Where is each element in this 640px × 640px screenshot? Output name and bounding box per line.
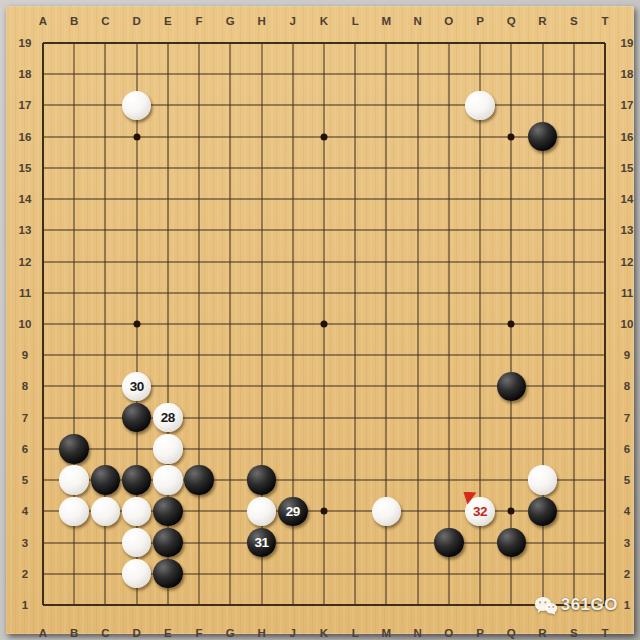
intersection-E10[interactable] bbox=[152, 308, 183, 339]
intersection-S16[interactable] bbox=[558, 121, 589, 152]
intersection-E7[interactable]: 28 bbox=[152, 402, 183, 433]
intersection-E3[interactable] bbox=[152, 527, 183, 558]
intersection-R8[interactable] bbox=[527, 371, 558, 402]
intersection-O7[interactable] bbox=[433, 402, 464, 433]
intersection-M14[interactable] bbox=[371, 183, 402, 214]
intersection-Q3[interactable] bbox=[496, 527, 527, 558]
intersection-H10[interactable] bbox=[246, 308, 277, 339]
intersection-L7[interactable] bbox=[340, 402, 371, 433]
intersection-H14[interactable] bbox=[246, 183, 277, 214]
black-stone-B6[interactable] bbox=[59, 434, 89, 464]
intersection-L14[interactable] bbox=[340, 183, 371, 214]
intersection-F13[interactable] bbox=[183, 215, 214, 246]
intersection-M13[interactable] bbox=[371, 215, 402, 246]
intersection-S3[interactable] bbox=[558, 527, 589, 558]
intersection-P4[interactable]: 32 bbox=[464, 496, 495, 527]
intersection-K5[interactable] bbox=[308, 464, 339, 495]
intersection-G19[interactable] bbox=[215, 27, 246, 58]
white-stone-D4[interactable] bbox=[122, 497, 152, 527]
intersection-R11[interactable] bbox=[527, 277, 558, 308]
intersection-R3[interactable] bbox=[527, 527, 558, 558]
intersection-K3[interactable] bbox=[308, 527, 339, 558]
black-stone-Q3[interactable] bbox=[497, 528, 527, 558]
intersection-M3[interactable] bbox=[371, 527, 402, 558]
intersection-O12[interactable] bbox=[433, 246, 464, 277]
intersection-K12[interactable] bbox=[308, 246, 339, 277]
intersection-D6[interactable] bbox=[121, 433, 152, 464]
intersection-E17[interactable] bbox=[152, 90, 183, 121]
intersection-H9[interactable] bbox=[246, 340, 277, 371]
intersection-N13[interactable] bbox=[402, 215, 433, 246]
intersection-L3[interactable] bbox=[340, 527, 371, 558]
intersection-D9[interactable] bbox=[121, 340, 152, 371]
intersection-C16[interactable] bbox=[90, 121, 121, 152]
intersection-R2[interactable] bbox=[527, 558, 558, 589]
intersection-P16[interactable] bbox=[464, 121, 495, 152]
intersection-K19[interactable] bbox=[308, 27, 339, 58]
intersection-D2[interactable] bbox=[121, 558, 152, 589]
intersection-P2[interactable] bbox=[464, 558, 495, 589]
intersection-F5[interactable] bbox=[183, 464, 214, 495]
intersection-N11[interactable] bbox=[402, 277, 433, 308]
intersection-Q1[interactable] bbox=[496, 589, 527, 620]
intersection-G6[interactable] bbox=[215, 433, 246, 464]
intersection-F15[interactable] bbox=[183, 152, 214, 183]
intersection-L8[interactable] bbox=[340, 371, 371, 402]
intersection-M1[interactable] bbox=[371, 589, 402, 620]
black-stone-O3[interactable] bbox=[434, 528, 464, 558]
black-stone-J4[interactable]: 29 bbox=[278, 497, 308, 527]
intersection-O13[interactable] bbox=[433, 215, 464, 246]
intersection-S17[interactable] bbox=[558, 90, 589, 121]
intersection-N4[interactable] bbox=[402, 496, 433, 527]
intersection-G3[interactable] bbox=[215, 527, 246, 558]
intersection-H3[interactable]: 31 bbox=[246, 527, 277, 558]
intersection-P17[interactable] bbox=[464, 90, 495, 121]
intersection-L4[interactable] bbox=[340, 496, 371, 527]
intersection-M5[interactable] bbox=[371, 464, 402, 495]
intersection-G17[interactable] bbox=[215, 90, 246, 121]
intersection-R10[interactable] bbox=[527, 308, 558, 339]
intersection-O16[interactable] bbox=[433, 121, 464, 152]
intersection-P12[interactable] bbox=[464, 246, 495, 277]
white-stone-P17[interactable] bbox=[465, 91, 495, 121]
white-stone-P4[interactable]: 32 bbox=[465, 497, 495, 527]
intersection-B8[interactable] bbox=[59, 371, 90, 402]
intersection-S19[interactable] bbox=[558, 27, 589, 58]
intersection-S15[interactable] bbox=[558, 152, 589, 183]
intersection-L19[interactable] bbox=[340, 27, 371, 58]
intersection-F11[interactable] bbox=[183, 277, 214, 308]
intersection-H1[interactable] bbox=[246, 589, 277, 620]
intersection-N6[interactable] bbox=[402, 433, 433, 464]
intersection-F3[interactable] bbox=[183, 527, 214, 558]
intersection-N15[interactable] bbox=[402, 152, 433, 183]
intersection-Q6[interactable] bbox=[496, 433, 527, 464]
intersection-P13[interactable] bbox=[464, 215, 495, 246]
intersection-P11[interactable] bbox=[464, 277, 495, 308]
intersection-R14[interactable] bbox=[527, 183, 558, 214]
intersection-C2[interactable] bbox=[90, 558, 121, 589]
intersection-F18[interactable] bbox=[183, 59, 214, 90]
intersection-J19[interactable] bbox=[277, 27, 308, 58]
intersection-B4[interactable] bbox=[59, 496, 90, 527]
intersection-P9[interactable] bbox=[464, 340, 495, 371]
intersection-P1[interactable] bbox=[464, 589, 495, 620]
intersection-E5[interactable] bbox=[152, 464, 183, 495]
intersection-N18[interactable] bbox=[402, 59, 433, 90]
intersection-E12[interactable] bbox=[152, 246, 183, 277]
intersection-D11[interactable] bbox=[121, 277, 152, 308]
intersection-C19[interactable] bbox=[90, 27, 121, 58]
intersection-R16[interactable] bbox=[527, 121, 558, 152]
intersection-E18[interactable] bbox=[152, 59, 183, 90]
intersection-O2[interactable] bbox=[433, 558, 464, 589]
intersection-H5[interactable] bbox=[246, 464, 277, 495]
intersection-O10[interactable] bbox=[433, 308, 464, 339]
intersection-N5[interactable] bbox=[402, 464, 433, 495]
intersection-S5[interactable] bbox=[558, 464, 589, 495]
intersection-S6[interactable] bbox=[558, 433, 589, 464]
intersection-L10[interactable] bbox=[340, 308, 371, 339]
intersection-Q7[interactable] bbox=[496, 402, 527, 433]
intersection-C1[interactable] bbox=[90, 589, 121, 620]
intersection-H16[interactable] bbox=[246, 121, 277, 152]
intersection-N10[interactable] bbox=[402, 308, 433, 339]
intersection-S12[interactable] bbox=[558, 246, 589, 277]
intersection-B17[interactable] bbox=[59, 90, 90, 121]
intersection-D3[interactable] bbox=[121, 527, 152, 558]
intersection-B6[interactable] bbox=[59, 433, 90, 464]
intersection-C10[interactable] bbox=[90, 308, 121, 339]
intersection-Q19[interactable] bbox=[496, 27, 527, 58]
intersection-H12[interactable] bbox=[246, 246, 277, 277]
intersection-P5[interactable] bbox=[464, 464, 495, 495]
intersection-G15[interactable] bbox=[215, 152, 246, 183]
intersection-P8[interactable] bbox=[464, 371, 495, 402]
black-stone-D5[interactable] bbox=[122, 465, 152, 495]
intersection-D12[interactable] bbox=[121, 246, 152, 277]
intersection-F14[interactable] bbox=[183, 183, 214, 214]
intersection-C4[interactable] bbox=[90, 496, 121, 527]
intersection-D19[interactable] bbox=[121, 27, 152, 58]
intersection-L6[interactable] bbox=[340, 433, 371, 464]
intersection-Q5[interactable] bbox=[496, 464, 527, 495]
intersection-S9[interactable] bbox=[558, 340, 589, 371]
intersection-L2[interactable] bbox=[340, 558, 371, 589]
intersection-B12[interactable] bbox=[59, 246, 90, 277]
intersection-G5[interactable] bbox=[215, 464, 246, 495]
intersection-C7[interactable] bbox=[90, 402, 121, 433]
intersection-G7[interactable] bbox=[215, 402, 246, 433]
white-stone-D17[interactable] bbox=[122, 91, 152, 121]
intersection-N1[interactable] bbox=[402, 589, 433, 620]
white-stone-D3[interactable] bbox=[122, 528, 152, 558]
intersection-B2[interactable] bbox=[59, 558, 90, 589]
intersection-B3[interactable] bbox=[59, 527, 90, 558]
intersection-Q15[interactable] bbox=[496, 152, 527, 183]
intersection-J11[interactable] bbox=[277, 277, 308, 308]
intersection-H19[interactable] bbox=[246, 27, 277, 58]
intersection-L1[interactable] bbox=[340, 589, 371, 620]
intersection-J7[interactable] bbox=[277, 402, 308, 433]
intersection-Q18[interactable] bbox=[496, 59, 527, 90]
intersection-N8[interactable] bbox=[402, 371, 433, 402]
intersection-B5[interactable] bbox=[59, 464, 90, 495]
intersection-B7[interactable] bbox=[59, 402, 90, 433]
intersection-O4[interactable] bbox=[433, 496, 464, 527]
intersection-O11[interactable] bbox=[433, 277, 464, 308]
black-stone-E2[interactable] bbox=[153, 559, 183, 589]
intersection-C11[interactable] bbox=[90, 277, 121, 308]
white-stone-D8[interactable]: 30 bbox=[122, 372, 152, 402]
intersection-D4[interactable] bbox=[121, 496, 152, 527]
intersection-G12[interactable] bbox=[215, 246, 246, 277]
intersection-B15[interactable] bbox=[59, 152, 90, 183]
intersection-E13[interactable] bbox=[152, 215, 183, 246]
intersection-L16[interactable] bbox=[340, 121, 371, 152]
intersection-O19[interactable] bbox=[433, 27, 464, 58]
intersection-Q17[interactable] bbox=[496, 90, 527, 121]
intersection-R7[interactable] bbox=[527, 402, 558, 433]
intersection-B14[interactable] bbox=[59, 183, 90, 214]
intersection-S2[interactable] bbox=[558, 558, 589, 589]
intersection-J6[interactable] bbox=[277, 433, 308, 464]
intersection-H2[interactable] bbox=[246, 558, 277, 589]
intersection-D15[interactable] bbox=[121, 152, 152, 183]
intersection-E8[interactable] bbox=[152, 371, 183, 402]
intersection-C14[interactable] bbox=[90, 183, 121, 214]
intersection-K16[interactable] bbox=[308, 121, 339, 152]
intersection-E16[interactable] bbox=[152, 121, 183, 152]
intersection-R19[interactable] bbox=[527, 27, 558, 58]
intersection-D17[interactable] bbox=[121, 90, 152, 121]
black-stone-R16[interactable] bbox=[528, 122, 558, 152]
intersection-O1[interactable] bbox=[433, 589, 464, 620]
intersection-K13[interactable] bbox=[308, 215, 339, 246]
intersection-Q12[interactable] bbox=[496, 246, 527, 277]
intersection-M12[interactable] bbox=[371, 246, 402, 277]
intersection-Q10[interactable] bbox=[496, 308, 527, 339]
black-stone-E3[interactable] bbox=[153, 528, 183, 558]
white-stone-B4[interactable] bbox=[59, 497, 89, 527]
intersection-E14[interactable] bbox=[152, 183, 183, 214]
intersection-J17[interactable] bbox=[277, 90, 308, 121]
intersection-D14[interactable] bbox=[121, 183, 152, 214]
intersection-F19[interactable] bbox=[183, 27, 214, 58]
intersection-M16[interactable] bbox=[371, 121, 402, 152]
intersection-C8[interactable] bbox=[90, 371, 121, 402]
intersection-E9[interactable] bbox=[152, 340, 183, 371]
intersection-C3[interactable] bbox=[90, 527, 121, 558]
intersection-P15[interactable] bbox=[464, 152, 495, 183]
intersection-L18[interactable] bbox=[340, 59, 371, 90]
intersection-G14[interactable] bbox=[215, 183, 246, 214]
intersection-L9[interactable] bbox=[340, 340, 371, 371]
intersection-N7[interactable] bbox=[402, 402, 433, 433]
intersection-K7[interactable] bbox=[308, 402, 339, 433]
intersection-R18[interactable] bbox=[527, 59, 558, 90]
intersection-E2[interactable] bbox=[152, 558, 183, 589]
intersection-R12[interactable] bbox=[527, 246, 558, 277]
white-stone-E5[interactable] bbox=[153, 465, 183, 495]
intersection-O14[interactable] bbox=[433, 183, 464, 214]
intersection-D16[interactable] bbox=[121, 121, 152, 152]
intersection-S14[interactable] bbox=[558, 183, 589, 214]
white-stone-H4[interactable] bbox=[247, 497, 277, 527]
intersection-K9[interactable] bbox=[308, 340, 339, 371]
intersection-P7[interactable] bbox=[464, 402, 495, 433]
intersection-Q4[interactable] bbox=[496, 496, 527, 527]
intersection-S8[interactable] bbox=[558, 371, 589, 402]
intersection-D18[interactable] bbox=[121, 59, 152, 90]
intersection-E15[interactable] bbox=[152, 152, 183, 183]
intersection-Q9[interactable] bbox=[496, 340, 527, 371]
intersection-R15[interactable] bbox=[527, 152, 558, 183]
white-stone-R5[interactable] bbox=[528, 465, 558, 495]
intersection-H8[interactable] bbox=[246, 371, 277, 402]
intersection-O3[interactable] bbox=[433, 527, 464, 558]
intersection-H13[interactable] bbox=[246, 215, 277, 246]
intersection-N9[interactable] bbox=[402, 340, 433, 371]
intersection-P14[interactable] bbox=[464, 183, 495, 214]
intersection-M8[interactable] bbox=[371, 371, 402, 402]
intersection-B18[interactable] bbox=[59, 59, 90, 90]
intersection-O18[interactable] bbox=[433, 59, 464, 90]
intersection-G8[interactable] bbox=[215, 371, 246, 402]
intersection-P19[interactable] bbox=[464, 27, 495, 58]
intersection-E4[interactable] bbox=[152, 496, 183, 527]
intersection-D8[interactable]: 30 bbox=[121, 371, 152, 402]
intersection-K14[interactable] bbox=[308, 183, 339, 214]
intersection-L11[interactable] bbox=[340, 277, 371, 308]
intersection-C12[interactable] bbox=[90, 246, 121, 277]
black-stone-H5[interactable] bbox=[247, 465, 277, 495]
intersection-N12[interactable] bbox=[402, 246, 433, 277]
intersection-B10[interactable] bbox=[59, 308, 90, 339]
white-stone-E7[interactable]: 28 bbox=[153, 403, 183, 433]
intersection-G16[interactable] bbox=[215, 121, 246, 152]
intersection-M9[interactable] bbox=[371, 340, 402, 371]
black-stone-F5[interactable] bbox=[184, 465, 214, 495]
intersection-Q16[interactable] bbox=[496, 121, 527, 152]
intersection-D7[interactable] bbox=[121, 402, 152, 433]
intersection-N17[interactable] bbox=[402, 90, 433, 121]
intersection-Q13[interactable] bbox=[496, 215, 527, 246]
intersection-K8[interactable] bbox=[308, 371, 339, 402]
intersection-N2[interactable] bbox=[402, 558, 433, 589]
white-stone-C4[interactable] bbox=[91, 497, 121, 527]
intersection-J3[interactable] bbox=[277, 527, 308, 558]
intersection-P18[interactable] bbox=[464, 59, 495, 90]
white-stone-E6[interactable] bbox=[153, 434, 183, 464]
intersection-C5[interactable] bbox=[90, 464, 121, 495]
intersection-G9[interactable] bbox=[215, 340, 246, 371]
intersection-S11[interactable] bbox=[558, 277, 589, 308]
intersection-O5[interactable] bbox=[433, 464, 464, 495]
intersection-B19[interactable] bbox=[59, 27, 90, 58]
intersection-S4[interactable] bbox=[558, 496, 589, 527]
black-stone-Q8[interactable] bbox=[497, 372, 527, 402]
intersection-K10[interactable] bbox=[308, 308, 339, 339]
intersection-F16[interactable] bbox=[183, 121, 214, 152]
intersection-L12[interactable] bbox=[340, 246, 371, 277]
black-stone-E4[interactable] bbox=[153, 497, 183, 527]
intersection-J13[interactable] bbox=[277, 215, 308, 246]
intersection-P3[interactable] bbox=[464, 527, 495, 558]
intersection-E19[interactable] bbox=[152, 27, 183, 58]
white-stone-B5[interactable] bbox=[59, 465, 89, 495]
intersection-K2[interactable] bbox=[308, 558, 339, 589]
intersection-M19[interactable] bbox=[371, 27, 402, 58]
intersection-M6[interactable] bbox=[371, 433, 402, 464]
intersection-G18[interactable] bbox=[215, 59, 246, 90]
intersection-B9[interactable] bbox=[59, 340, 90, 371]
intersection-J8[interactable] bbox=[277, 371, 308, 402]
intersection-G11[interactable] bbox=[215, 277, 246, 308]
intersection-G10[interactable] bbox=[215, 308, 246, 339]
intersection-Q14[interactable] bbox=[496, 183, 527, 214]
white-stone-D2[interactable] bbox=[122, 559, 152, 589]
intersection-J2[interactable] bbox=[277, 558, 308, 589]
intersection-M2[interactable] bbox=[371, 558, 402, 589]
black-stone-R4[interactable] bbox=[528, 497, 558, 527]
intersection-H6[interactable] bbox=[246, 433, 277, 464]
intersection-P6[interactable] bbox=[464, 433, 495, 464]
intersection-F7[interactable] bbox=[183, 402, 214, 433]
intersection-L15[interactable] bbox=[340, 152, 371, 183]
intersection-G4[interactable] bbox=[215, 496, 246, 527]
intersection-C6[interactable] bbox=[90, 433, 121, 464]
intersection-H18[interactable] bbox=[246, 59, 277, 90]
intersection-F8[interactable] bbox=[183, 371, 214, 402]
intersection-O17[interactable] bbox=[433, 90, 464, 121]
intersection-S7[interactable] bbox=[558, 402, 589, 433]
intersection-K1[interactable] bbox=[308, 589, 339, 620]
intersection-K4[interactable] bbox=[308, 496, 339, 527]
black-stone-D7[interactable] bbox=[122, 403, 152, 433]
intersection-K11[interactable] bbox=[308, 277, 339, 308]
intersection-K6[interactable] bbox=[308, 433, 339, 464]
intersection-F12[interactable] bbox=[183, 246, 214, 277]
intersection-J10[interactable] bbox=[277, 308, 308, 339]
intersection-D13[interactable] bbox=[121, 215, 152, 246]
intersection-F1[interactable] bbox=[183, 589, 214, 620]
intersection-G13[interactable] bbox=[215, 215, 246, 246]
intersection-N19[interactable] bbox=[402, 27, 433, 58]
intersection-F10[interactable] bbox=[183, 308, 214, 339]
intersection-J1[interactable] bbox=[277, 589, 308, 620]
intersection-J4[interactable]: 29 bbox=[277, 496, 308, 527]
intersection-H7[interactable] bbox=[246, 402, 277, 433]
intersection-O15[interactable] bbox=[433, 152, 464, 183]
intersection-J18[interactable] bbox=[277, 59, 308, 90]
intersection-R4[interactable] bbox=[527, 496, 558, 527]
intersection-M15[interactable] bbox=[371, 152, 402, 183]
intersection-C13[interactable] bbox=[90, 215, 121, 246]
intersection-B13[interactable] bbox=[59, 215, 90, 246]
intersection-K18[interactable] bbox=[308, 59, 339, 90]
intersection-H11[interactable] bbox=[246, 277, 277, 308]
intersection-Q8[interactable] bbox=[496, 371, 527, 402]
intersection-H17[interactable] bbox=[246, 90, 277, 121]
intersection-K17[interactable] bbox=[308, 90, 339, 121]
intersection-N3[interactable] bbox=[402, 527, 433, 558]
intersection-M17[interactable] bbox=[371, 90, 402, 121]
intersection-R5[interactable] bbox=[527, 464, 558, 495]
intersection-L5[interactable] bbox=[340, 464, 371, 495]
intersection-O9[interactable] bbox=[433, 340, 464, 371]
